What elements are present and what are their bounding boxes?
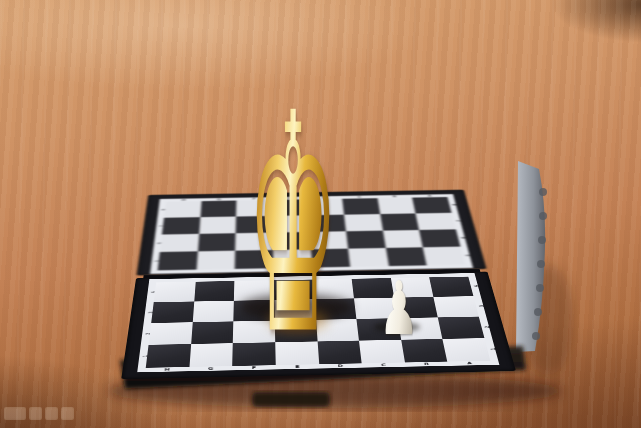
square[interactable] [196,251,235,270]
square[interactable] [419,229,460,247]
square[interactable] [164,201,201,218]
square[interactable] [344,214,383,231]
square[interactable] [434,296,479,317]
square[interactable] [198,233,236,251]
square[interactable] [154,282,196,303]
square[interactable] [146,344,191,368]
square[interactable] [412,197,451,213]
square[interactable] [342,198,380,214]
square[interactable] [383,230,423,248]
photo-scene: HGFEDCBA 5678 5678 HGFEDCBA 1234 1234 ♚ … [0,0,641,428]
square[interactable] [200,201,237,218]
piece-white-pawn[interactable]: ♟ [379,271,415,345]
square[interactable] [346,231,386,249]
square[interactable] [423,247,465,266]
square[interactable] [377,198,415,214]
square[interactable] [443,338,491,361]
square[interactable] [160,234,199,252]
square[interactable] [430,277,474,297]
square[interactable] [438,317,484,339]
watermark [4,407,74,421]
square[interactable] [158,251,198,270]
square[interactable] [348,248,388,267]
square[interactable] [192,301,234,323]
square[interactable] [149,322,193,345]
pawn-glyph: ♟ [379,271,415,345]
square[interactable] [189,343,233,367]
king-glyph: ♚ [247,74,336,376]
square[interactable] [194,281,235,301]
square[interactable] [416,213,456,230]
piece-white-king[interactable]: ♚ [247,74,336,376]
square[interactable] [191,321,234,344]
square[interactable] [199,217,236,234]
square[interactable] [162,217,200,234]
square[interactable] [151,301,194,323]
square[interactable] [380,213,419,230]
square[interactable] [386,247,427,266]
